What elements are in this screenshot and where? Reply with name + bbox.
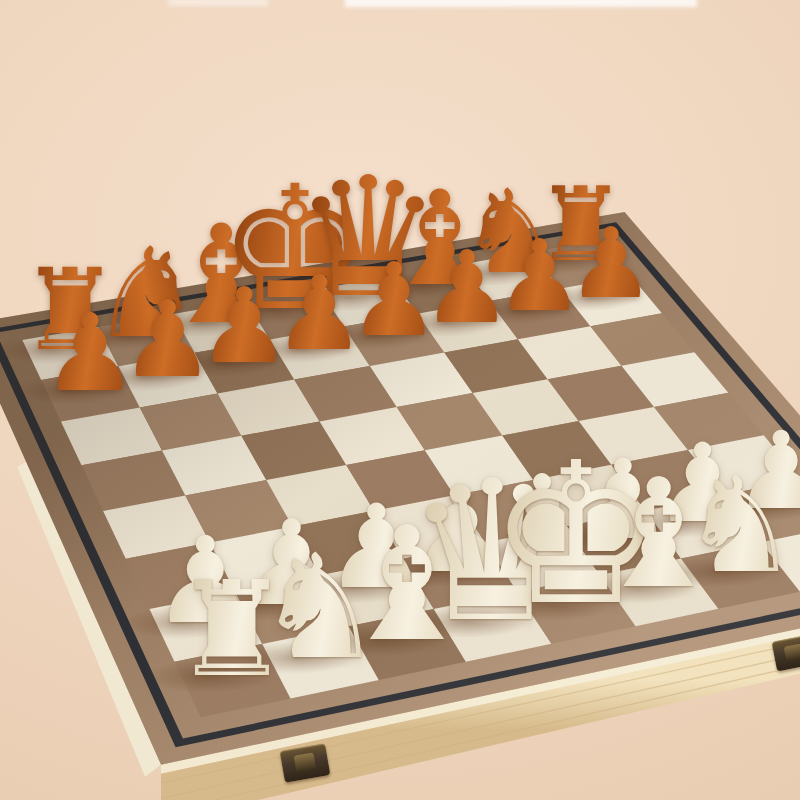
latch-knob-icon bbox=[293, 752, 316, 772]
chess-set-product-photo: ♜♞♝♚♛♝♞♜♟♟♟♟♟♟♟♟♟♟♟♟♟♟♟♟♜♞♝♛♚♝♞ bbox=[0, 0, 800, 800]
latch-knob-icon bbox=[784, 643, 800, 662]
chess-board bbox=[0, 0, 800, 800]
